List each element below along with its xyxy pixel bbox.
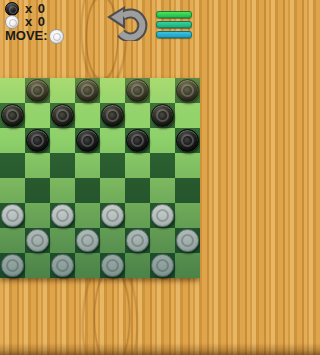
board-cell[interactable]: [25, 153, 50, 178]
move-turn-white-piece-icon: [49, 29, 64, 44]
black-piece[interactable]: [151, 104, 174, 127]
board-container: [0, 78, 200, 278]
black-piece[interactable]: [1, 104, 24, 127]
board-cell[interactable]: [50, 128, 75, 153]
board-cell[interactable]: [50, 228, 75, 253]
black-piece[interactable]: [76, 79, 99, 102]
black-piece[interactable]: [176, 79, 199, 102]
move-label: MOVE:: [5, 29, 48, 43]
board-cell[interactable]: [25, 178, 50, 203]
board-cell[interactable]: [100, 103, 125, 128]
board-cell[interactable]: [125, 178, 150, 203]
white-captures-row: x 0: [5, 15, 64, 28]
undo-arrow-icon: [105, 3, 151, 41]
hamburger-menu-icon: [156, 11, 194, 38]
undo-button[interactable]: [105, 3, 151, 41]
board-cell[interactable]: [125, 228, 150, 253]
board-cell[interactable]: [100, 203, 125, 228]
board-cell[interactable]: [100, 228, 125, 253]
board-cell[interactable]: [125, 253, 150, 278]
board-cell[interactable]: [25, 128, 50, 153]
white-piece-icon: [5, 15, 19, 29]
board-cell[interactable]: [100, 253, 125, 278]
board: [0, 78, 200, 278]
board-cell[interactable]: [50, 103, 75, 128]
board-cell[interactable]: [125, 153, 150, 178]
board-cell[interactable]: [0, 128, 25, 153]
board-cell[interactable]: [0, 178, 25, 203]
board-cell[interactable]: [100, 128, 125, 153]
white-piece[interactable]: [101, 204, 124, 227]
white-piece[interactable]: [151, 254, 174, 277]
board-cell[interactable]: [75, 78, 100, 103]
black-piece[interactable]: [76, 129, 99, 152]
board-cell[interactable]: [150, 203, 175, 228]
white-piece[interactable]: [1, 254, 24, 277]
board-cell[interactable]: [75, 203, 100, 228]
board-cell[interactable]: [175, 153, 200, 178]
board-cell[interactable]: [50, 178, 75, 203]
menu-bar-blue: [156, 31, 192, 38]
board-cell[interactable]: [175, 128, 200, 153]
board-cell[interactable]: [50, 203, 75, 228]
board-cell[interactable]: [125, 103, 150, 128]
menu-bar-green: [156, 11, 192, 18]
board-cell[interactable]: [150, 178, 175, 203]
white-piece[interactable]: [26, 229, 49, 252]
black-piece[interactable]: [176, 129, 199, 152]
board-cell[interactable]: [25, 253, 50, 278]
board-cell[interactable]: [0, 228, 25, 253]
white-piece[interactable]: [126, 229, 149, 252]
board-cell[interactable]: [0, 78, 25, 103]
black-piece[interactable]: [126, 129, 149, 152]
board-cell[interactable]: [125, 203, 150, 228]
board-cell[interactable]: [25, 228, 50, 253]
board-cell[interactable]: [100, 178, 125, 203]
board-cell[interactable]: [75, 128, 100, 153]
white-piece[interactable]: [1, 204, 24, 227]
board-cell[interactable]: [75, 178, 100, 203]
white-piece[interactable]: [76, 229, 99, 252]
board-cell[interactable]: [50, 153, 75, 178]
board-cell[interactable]: [25, 78, 50, 103]
white-captures-count: x 0: [25, 15, 46, 28]
board-cell[interactable]: [150, 128, 175, 153]
board-cell[interactable]: [75, 103, 100, 128]
board-cell[interactable]: [175, 253, 200, 278]
board-cell[interactable]: [150, 78, 175, 103]
move-indicator: MOVE:: [5, 29, 64, 43]
board-cell[interactable]: [0, 103, 25, 128]
board-cell[interactable]: [0, 203, 25, 228]
white-piece[interactable]: [151, 204, 174, 227]
board-cell[interactable]: [125, 78, 150, 103]
board-cell[interactable]: [100, 78, 125, 103]
board-cell[interactable]: [150, 103, 175, 128]
white-piece[interactable]: [101, 254, 124, 277]
white-piece[interactable]: [176, 229, 199, 252]
white-piece[interactable]: [51, 204, 74, 227]
board-cell[interactable]: [75, 253, 100, 278]
black-piece[interactable]: [26, 129, 49, 152]
white-piece[interactable]: [51, 254, 74, 277]
black-piece[interactable]: [101, 104, 124, 127]
black-piece[interactable]: [26, 79, 49, 102]
score-panel: x 0 x 0 MOVE:: [5, 2, 64, 43]
board-cell[interactable]: [175, 228, 200, 253]
board-cell[interactable]: [175, 203, 200, 228]
black-piece-icon: [5, 2, 19, 16]
board-cell[interactable]: [125, 128, 150, 153]
menu-button[interactable]: [156, 10, 194, 41]
black-piece[interactable]: [51, 104, 74, 127]
board-cell[interactable]: [175, 78, 200, 103]
menu-bar-teal: [156, 21, 192, 28]
board-cell[interactable]: [150, 153, 175, 178]
board-cell[interactable]: [25, 203, 50, 228]
board-cell[interactable]: [75, 228, 100, 253]
board-cell[interactable]: [50, 78, 75, 103]
board-cell[interactable]: [50, 253, 75, 278]
board-cell[interactable]: [175, 178, 200, 203]
board-cell[interactable]: [75, 153, 100, 178]
board-cell[interactable]: [150, 228, 175, 253]
board-cell[interactable]: [0, 253, 25, 278]
board-cell[interactable]: [150, 253, 175, 278]
board-cell[interactable]: [25, 103, 50, 128]
board-cell[interactable]: [175, 103, 200, 128]
board-cell[interactable]: [0, 153, 25, 178]
board-cell[interactable]: [100, 153, 125, 178]
black-piece[interactable]: [126, 79, 149, 102]
